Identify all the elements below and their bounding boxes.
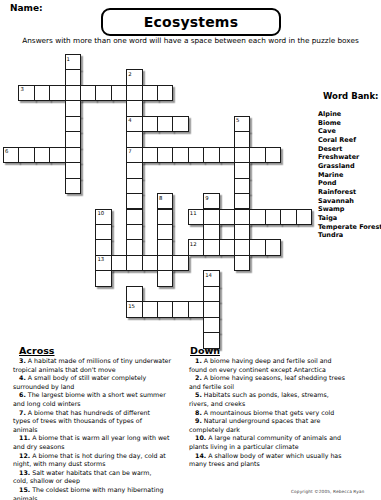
word-bank-item: Swamp xyxy=(318,205,381,214)
grid-cell-r9c13[interactable]: 9 xyxy=(203,193,219,209)
word-bank-item: Temperate Forest xyxy=(318,223,381,232)
clue-text: A mountainous biome that gets very cold xyxy=(202,409,334,416)
grid-cell-r10c10[interactable] xyxy=(157,209,173,225)
clue-number-1: 1 xyxy=(67,56,70,62)
clue-number-13: 13 xyxy=(97,256,104,262)
clue-text: Habitats such as ponds, lakes, streams, … xyxy=(189,391,329,407)
word-bank-item: Desert xyxy=(318,145,381,154)
across-clue-6: 6. The largest biome with a short wet su… xyxy=(13,391,189,408)
grid-cell-r16c13[interactable] xyxy=(203,301,219,317)
grid-cell-r2c1[interactable]: 3 xyxy=(18,85,34,101)
grid-cell-r13c6[interactable]: 13 xyxy=(95,255,111,271)
word-bank-item: Tundra xyxy=(318,231,381,240)
grid-cell-r10c8[interactable] xyxy=(126,209,142,225)
clue-number-12: 12 xyxy=(190,241,197,247)
grid-cell-r8c15[interactable] xyxy=(234,178,250,194)
clue-number-7: 7 xyxy=(128,148,131,154)
clue-num-label: 5. xyxy=(195,391,202,398)
clue-num-label: 13. xyxy=(19,469,30,476)
grid-cell-r12c15[interactable] xyxy=(234,239,250,255)
down-clue-10: 10. A large natural community of animals… xyxy=(189,434,373,451)
grid-cell-r8c8[interactable] xyxy=(126,178,142,194)
clue-text: A biome that is hot during the day, cold… xyxy=(13,452,166,468)
grid-cell-r12c13[interactable] xyxy=(203,239,219,255)
across-clue-list: 3. A habitat made of millions of tiny un… xyxy=(13,357,189,500)
clue-number-10: 10 xyxy=(97,210,104,216)
grid-cell-r10c19[interactable] xyxy=(296,209,312,225)
grid-cell-r14c13[interactable]: 14 xyxy=(203,270,219,286)
grid-cell-r2c6[interactable] xyxy=(95,85,111,101)
clue-num-label: 11. xyxy=(19,434,30,441)
clue-num-label: 2. xyxy=(195,374,202,381)
grid-cell-r2c4[interactable] xyxy=(65,85,81,101)
across-clue-12: 12. A biome that is hot during the day, … xyxy=(13,452,189,469)
grid-cell-r6c15[interactable] xyxy=(234,147,250,163)
grid-cell-r12c6[interactable] xyxy=(95,239,111,255)
clue-num-label: 7. xyxy=(19,409,26,416)
clue-number-14: 14 xyxy=(205,272,212,278)
grid-cell-r7c15[interactable] xyxy=(234,162,250,178)
grid-cell-r2c7[interactable] xyxy=(111,85,127,101)
grid-cell-r10c14[interactable] xyxy=(219,209,235,225)
grid-cell-r6c1[interactable] xyxy=(18,147,34,163)
clue-num-label: 15. xyxy=(19,486,30,493)
across-heading: Across xyxy=(19,345,189,356)
word-bank-item: Biome xyxy=(318,119,381,128)
grid-cell-r2c9[interactable] xyxy=(142,85,158,101)
grid-cell-r11c10[interactable] xyxy=(157,224,173,240)
clue-number-5: 5 xyxy=(236,117,239,123)
grid-cell-r10c18[interactable] xyxy=(280,209,296,225)
grid-cell-r8c4[interactable] xyxy=(65,178,81,194)
grid-cell-r12c14[interactable] xyxy=(219,239,235,255)
word-bank-item: Coral Reef xyxy=(318,136,381,145)
grid-cell-r1c8[interactable]: 2 xyxy=(126,69,142,85)
down-clue-list: 1. A biome having deep and fertile soil … xyxy=(189,357,373,469)
down-clue-9: 9. Natural underground spaces that are c… xyxy=(189,417,373,434)
grid-cell-r10c13[interactable] xyxy=(203,209,219,225)
grid-cell-r10c6[interactable]: 10 xyxy=(95,209,111,225)
grid-cell-r16c12[interactable] xyxy=(188,301,204,317)
copyright-text: Copyright ©2005, Rebecca Ryan xyxy=(291,489,364,494)
clue-text: A biome that is warm all year long with … xyxy=(13,434,169,450)
clue-number-2: 2 xyxy=(128,71,131,77)
grid-cell-r10c16[interactable] xyxy=(249,209,265,225)
word-bank-item: Marine xyxy=(318,171,381,180)
clue-text: A small body of still water completely s… xyxy=(13,374,146,390)
clue-text: The largest biome with a short wet summe… xyxy=(13,391,166,407)
grid-cell-r13c8[interactable] xyxy=(126,255,142,271)
clue-text: A habitat made of millions of tiny under… xyxy=(13,357,171,373)
clue-num-label: 8. xyxy=(195,409,202,416)
grid-cell-r13c11[interactable] xyxy=(172,255,188,271)
grid-cell-r15c13[interactable] xyxy=(203,286,219,302)
word-bank-item: Freshwater xyxy=(318,153,381,162)
grid-cell-r2c8[interactable] xyxy=(126,85,142,101)
grid-cell-r6c10[interactable] xyxy=(157,147,173,163)
clue-num-label: 9. xyxy=(195,417,202,424)
grid-cell-r6c3[interactable] xyxy=(49,147,65,163)
grid-cell-r12c16[interactable] xyxy=(249,239,265,255)
clue-number-9: 9 xyxy=(205,195,208,201)
clue-text: A large natural community of animals and… xyxy=(189,434,341,450)
down-clues-section: Down 1. A biome having deep and fertile … xyxy=(189,345,373,469)
word-bank-item: Pond xyxy=(318,179,381,188)
grid-cell-r2c2[interactable] xyxy=(34,85,50,101)
word-bank-item: Savannah xyxy=(318,197,381,206)
grid-cell-r6c12[interactable] xyxy=(188,147,204,163)
across-clue-4: 4. A small body of still water completel… xyxy=(13,374,189,391)
clue-text: Salt water habitats that can be warm, co… xyxy=(13,469,151,485)
grid-cell-r9c10[interactable]: 8 xyxy=(157,193,173,209)
clue-number-15: 15 xyxy=(128,303,135,309)
across-clue-15: 15. The coldest biome with many hibernat… xyxy=(13,486,189,500)
grid-cell-r12c17[interactable] xyxy=(265,239,281,255)
word-bank-list: AlpineBiomeCaveCoral ReefDesertFreshwate… xyxy=(318,110,381,240)
grid-cell-r2c3[interactable] xyxy=(49,85,65,101)
grid-cell-r6c9[interactable] xyxy=(142,147,158,163)
grid-cell-r6c17[interactable] xyxy=(265,147,281,163)
grid-cell-r2c10[interactable] xyxy=(157,85,173,101)
word-bank-item: Grassland xyxy=(318,162,381,171)
across-clue-11: 11. A biome that is warm all year long w… xyxy=(13,434,189,451)
grid-cell-r6c13[interactable] xyxy=(203,147,219,163)
grid-cell-r11c6[interactable] xyxy=(95,224,111,240)
grid-cell-r11c8[interactable] xyxy=(126,224,142,240)
grid-cell-r16c9[interactable] xyxy=(142,301,158,317)
grid-cell-r3c4[interactable] xyxy=(65,100,81,116)
clue-number-4: 4 xyxy=(128,117,131,123)
grid-cell-r5c8[interactable] xyxy=(126,131,142,147)
grid-cell-r11c15[interactable] xyxy=(234,224,250,240)
clue-number-11: 11 xyxy=(190,210,197,216)
grid-cell-r5c4[interactable] xyxy=(65,131,81,147)
clue-number-8: 8 xyxy=(159,195,162,201)
grid-cell-r4c8[interactable]: 4 xyxy=(126,116,142,132)
grid-cell-r10c15[interactable] xyxy=(234,209,250,225)
down-heading: Down xyxy=(190,345,373,356)
grid-cell-r3c8[interactable] xyxy=(126,100,142,116)
grid-cell-r13c7[interactable] xyxy=(111,255,127,271)
clue-text: The coldest biome with many hibernating … xyxy=(13,486,163,500)
clue-num-label: 6. xyxy=(19,391,26,398)
grid-cell-r7c8[interactable] xyxy=(126,162,142,178)
word-bank-item: Taiga xyxy=(318,214,381,223)
down-clue-14: 14. A shallow body of water which usuall… xyxy=(189,452,373,469)
grid-cell-r16c8[interactable]: 15 xyxy=(126,301,142,317)
grid-cell-r4c11[interactable] xyxy=(172,116,188,132)
clue-text: Natural underground spaces that are comp… xyxy=(189,417,320,433)
word-bank-item: Cave xyxy=(318,127,381,136)
word-bank-label: Word Bank: xyxy=(323,91,378,101)
grid-cell-r6c2[interactable] xyxy=(34,147,50,163)
clue-num-label: 4. xyxy=(19,374,26,381)
clue-text: A biome that has hundreds of different t… xyxy=(13,409,150,433)
down-clue-5: 5. Habitats such as ponds, lakes, stream… xyxy=(189,391,373,408)
clue-num-label: 14. xyxy=(195,452,206,459)
grid-cell-r16c11[interactable] xyxy=(172,301,188,317)
grid-cell-r6c11[interactable] xyxy=(172,147,188,163)
grid-cell-r0c4[interactable]: 1 xyxy=(65,54,81,70)
grid-cell-r15c8[interactable] xyxy=(126,286,142,302)
grid-cell-r17c13[interactable] xyxy=(203,317,219,333)
grid-cell-r5c15[interactable] xyxy=(234,131,250,147)
grid-cell-r6c8[interactable]: 7 xyxy=(126,147,142,163)
clue-text: A shallow body of water which usually ha… xyxy=(189,452,342,468)
grid-cell-r10c12[interactable]: 11 xyxy=(188,209,204,225)
grid-cell-r14c10[interactable] xyxy=(157,270,173,286)
grid-cell-r12c12[interactable]: 12 xyxy=(188,239,204,255)
across-clue-3: 3. A habitat made of millions of tiny un… xyxy=(13,357,189,374)
grid-cell-r13c9[interactable] xyxy=(142,255,158,271)
grid-cell-r10c17[interactable] xyxy=(265,209,281,225)
clue-number-3: 3 xyxy=(20,86,23,92)
clue-num-label: 10. xyxy=(195,434,206,441)
grid-cell-r4c4[interactable] xyxy=(65,116,81,132)
grid-cell-r14c6[interactable] xyxy=(95,270,111,286)
worksheet-page: Name: Ecosystems Answers with more than … xyxy=(0,0,381,500)
grid-cell-r16c10[interactable] xyxy=(157,301,173,317)
clue-num-label: 3. xyxy=(19,357,26,364)
grid-cell-r7c4[interactable] xyxy=(65,162,81,178)
down-clue-2: 2. A biome having seasons, leaf shedding… xyxy=(189,374,373,391)
grid-cell-r9c8[interactable] xyxy=(126,193,142,209)
grid-cell-r1c4[interactable] xyxy=(65,69,81,85)
grid-cell-r11c13[interactable] xyxy=(203,224,219,240)
grid-cell-r4c9[interactable] xyxy=(142,116,158,132)
clue-num-label: 1. xyxy=(195,357,202,364)
grid-cell-r4c10[interactable] xyxy=(157,116,173,132)
grid-cell-r6c14[interactable] xyxy=(219,147,235,163)
across-clue-7: 7. A biome that has hundreds of differen… xyxy=(13,409,189,435)
word-bank-item: Alpine xyxy=(318,110,381,119)
grid-cell-r6c4[interactable] xyxy=(65,147,81,163)
grid-cell-r13c10[interactable] xyxy=(157,255,173,271)
clue-number-6: 6 xyxy=(5,148,8,154)
grid-cell-r4c15[interactable]: 5 xyxy=(234,116,250,132)
clue-text: A biome having deep and fertile soil and… xyxy=(189,357,332,373)
down-clue-1: 1. A biome having deep and fertile soil … xyxy=(189,357,373,374)
grid-cell-r6c0[interactable]: 6 xyxy=(3,147,19,163)
down-clue-8: 8. A mountainous biome that gets very co… xyxy=(189,409,373,418)
across-clue-13: 13. Salt water habitats that can be warm… xyxy=(13,469,189,486)
word-bank-item: Rainforest xyxy=(318,188,381,197)
clue-num-label: 12. xyxy=(19,452,30,459)
grid-cell-r12c10[interactable] xyxy=(157,239,173,255)
grid-cell-r6c16[interactable] xyxy=(249,147,265,163)
grid-cell-r13c15[interactable] xyxy=(234,255,250,271)
grid-cell-r12c8[interactable] xyxy=(126,239,142,255)
grid-cell-r2c5[interactable] xyxy=(80,85,96,101)
grid-cell-r9c15[interactable] xyxy=(234,193,250,209)
clue-text: A biome having seasons, leaf shedding tr… xyxy=(189,374,345,390)
across-clues-section: Across 3. A habitat made of millions of … xyxy=(13,345,189,500)
